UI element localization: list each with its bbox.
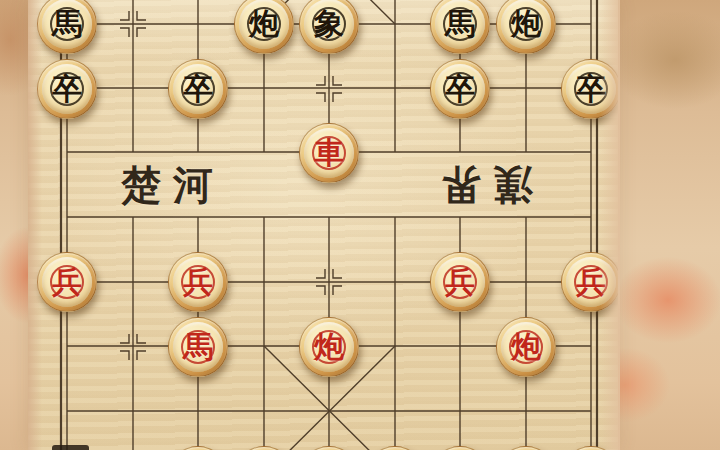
piece-face: 馬	[173, 322, 223, 372]
piece-char: 馬	[52, 9, 82, 39]
piece-face: 馬	[42, 0, 92, 49]
piece-black-soldier[interactable]: 卒	[168, 59, 228, 119]
piece-face: 卒	[173, 64, 223, 114]
piece-char: 兵	[445, 267, 475, 297]
piece-char: 兵	[576, 267, 606, 297]
piece-face: 兵	[42, 257, 92, 307]
piece-face: 車	[304, 128, 354, 178]
piece-black-soldier[interactable]: 卒	[430, 59, 490, 119]
piece-face: 兵	[173, 257, 223, 307]
piece-face: 象	[304, 0, 354, 49]
piece-char: 兵	[183, 267, 213, 297]
piece-red-soldier[interactable]: 兵	[430, 252, 490, 312]
piece-face: 馬	[435, 0, 485, 49]
piece-char: 炮	[511, 9, 541, 39]
piece-face: 炮	[501, 322, 551, 372]
river-label-left: 楚河	[121, 165, 225, 205]
river-label-right: 漢界	[429, 165, 533, 205]
piece-black-soldier[interactable]: 卒	[561, 59, 618, 119]
piece-face: 炮	[304, 322, 354, 372]
board-grid	[28, 0, 618, 450]
piece-char: 炮	[249, 9, 279, 39]
piece-red-soldier[interactable]: 兵	[561, 252, 618, 312]
piece-red-cannon[interactable]: 炮	[299, 317, 359, 377]
piece-char: 車	[314, 138, 344, 168]
piece-red-cannon[interactable]: 炮	[496, 317, 556, 377]
piece-char: 兵	[52, 267, 82, 297]
piece-char: 炮	[314, 332, 344, 362]
piece-face: 炮	[501, 0, 551, 49]
piece-char: 馬	[445, 9, 475, 39]
xiangqi-board[interactable]: 楚河 漢界 馬炮象馬炮卒卒卒卒車兵兵兵兵馬炮炮	[28, 0, 618, 450]
piece-char: 卒	[445, 74, 475, 104]
piece-face: 卒	[435, 64, 485, 114]
piece-char: 卒	[576, 74, 606, 104]
piece-char: 馬	[183, 332, 213, 362]
piece-red-soldier[interactable]: 兵	[168, 252, 228, 312]
piece-char: 象	[314, 9, 344, 39]
piece-face: 兵	[435, 257, 485, 307]
piece-red-horse[interactable]: 馬	[168, 317, 228, 377]
piece-red-chariot[interactable]: 車	[299, 123, 359, 183]
piece-char: 炮	[511, 332, 541, 362]
piece-face: 卒	[566, 64, 616, 114]
piece-black-soldier[interactable]: 卒	[37, 59, 97, 119]
piece-face: 兵	[566, 257, 616, 307]
piece-char: 卒	[183, 74, 213, 104]
piece-face: 炮	[239, 0, 289, 49]
piece-red-soldier[interactable]: 兵	[37, 252, 97, 312]
piece-char: 卒	[52, 74, 82, 104]
piece-face: 卒	[42, 64, 92, 114]
bottom-ui-fragment	[52, 445, 89, 450]
